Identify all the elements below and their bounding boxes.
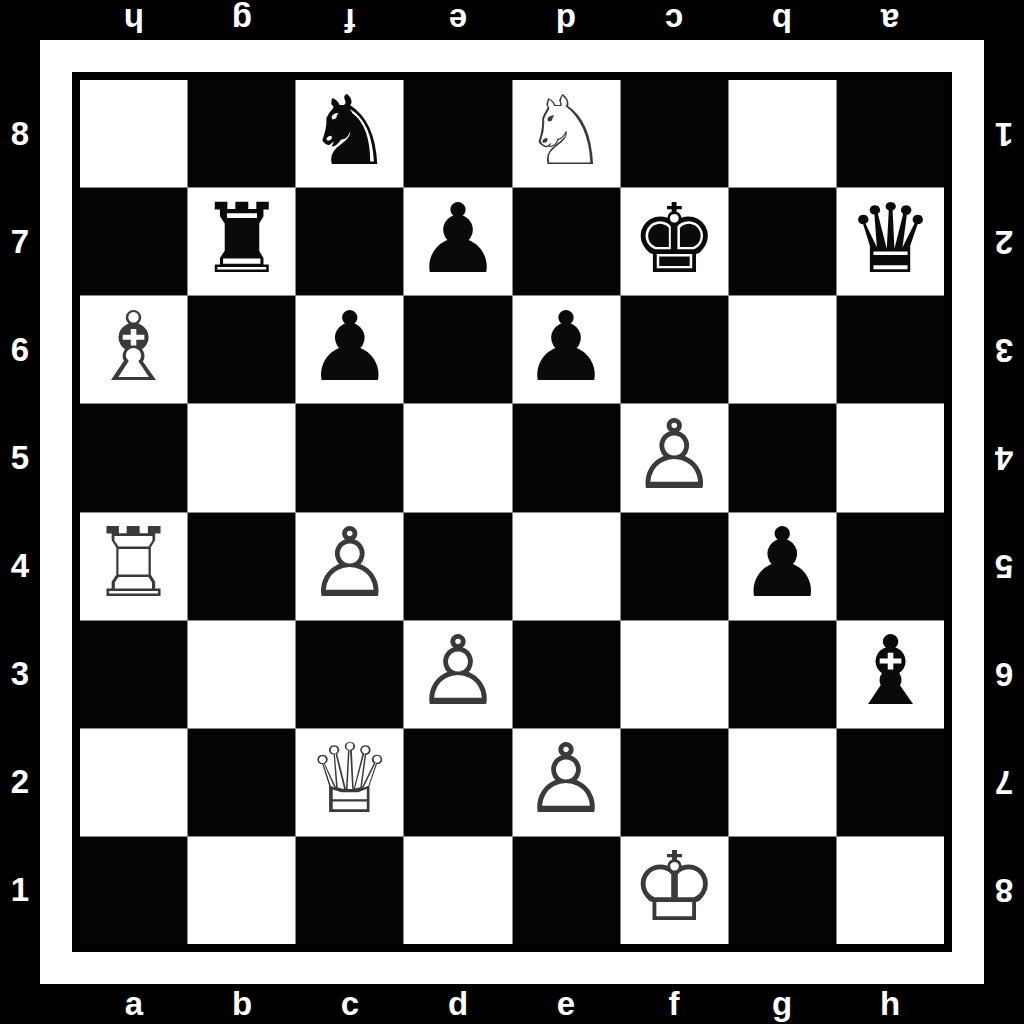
rank-label-1: 1 xyxy=(0,836,40,944)
file-labels-bottom: abcdefgh xyxy=(80,984,944,1024)
square-d5[interactable] xyxy=(404,404,511,511)
square-h8[interactable] xyxy=(837,80,944,187)
square-f3[interactable] xyxy=(621,621,728,728)
file-label-e: e xyxy=(404,0,512,40)
square-g3[interactable] xyxy=(729,621,836,728)
rank-label-7: 7 xyxy=(984,728,1024,836)
white-knight[interactable]: ♘ xyxy=(523,83,609,179)
file-label-d: d xyxy=(404,984,512,1024)
square-e5[interactable] xyxy=(513,404,620,511)
square-h1[interactable] xyxy=(837,837,944,944)
board: ♞♘♜♟♚♛♗♟♟♙♖♙♟♙♝♕♙♔ xyxy=(80,80,944,944)
square-a6[interactable]: ♗ xyxy=(80,296,187,403)
square-b2[interactable] xyxy=(188,729,295,836)
file-label-b: b xyxy=(728,0,836,40)
square-d4[interactable] xyxy=(404,513,511,620)
square-f4[interactable] xyxy=(621,513,728,620)
square-f2[interactable] xyxy=(621,729,728,836)
square-f5[interactable]: ♙ xyxy=(621,404,728,511)
square-c1[interactable] xyxy=(296,837,403,944)
square-b3[interactable] xyxy=(188,621,295,728)
square-h5[interactable] xyxy=(837,404,944,511)
square-e4[interactable] xyxy=(513,513,620,620)
square-d8[interactable] xyxy=(404,80,511,187)
black-bishop[interactable]: ♝ xyxy=(847,623,933,719)
file-label-d: d xyxy=(512,0,620,40)
square-c6[interactable]: ♟ xyxy=(296,296,403,403)
black-queen[interactable]: ♛ xyxy=(847,191,933,287)
rank-labels-left: 87654321 xyxy=(0,80,40,944)
file-label-a: a xyxy=(80,984,188,1024)
square-h2[interactable] xyxy=(837,729,944,836)
file-label-g: g xyxy=(728,984,836,1024)
white-pawn[interactable]: ♙ xyxy=(307,515,393,611)
square-g8[interactable] xyxy=(729,80,836,187)
square-c5[interactable] xyxy=(296,404,403,511)
file-label-h: h xyxy=(80,0,188,40)
white-king[interactable]: ♔ xyxy=(631,839,717,935)
board-frame: ♞♘♜♟♚♛♗♟♟♙♖♙♟♙♝♕♙♔ xyxy=(72,72,952,952)
rank-label-2: 2 xyxy=(0,728,40,836)
rank-labels-right: 87654321 xyxy=(984,80,1024,944)
file-label-h: h xyxy=(836,984,944,1024)
rank-label-2: 2 xyxy=(984,188,1024,296)
square-g7[interactable] xyxy=(729,188,836,295)
white-rook[interactable]: ♖ xyxy=(91,515,177,611)
square-a3[interactable] xyxy=(80,621,187,728)
square-h6[interactable] xyxy=(837,296,944,403)
square-d1[interactable] xyxy=(404,837,511,944)
square-b6[interactable] xyxy=(188,296,295,403)
square-e8[interactable]: ♘ xyxy=(513,80,620,187)
square-g1[interactable] xyxy=(729,837,836,944)
rank-label-8: 8 xyxy=(0,80,40,188)
square-e1[interactable] xyxy=(513,837,620,944)
square-d2[interactable] xyxy=(404,729,511,836)
file-label-g: g xyxy=(188,0,296,40)
rank-label-4: 4 xyxy=(984,404,1024,512)
black-rook[interactable]: ♜ xyxy=(199,191,285,287)
black-pawn[interactable]: ♟ xyxy=(415,191,501,287)
square-c8[interactable]: ♞ xyxy=(296,80,403,187)
rank-label-7: 7 xyxy=(0,188,40,296)
black-pawn[interactable]: ♟ xyxy=(307,299,393,395)
white-queen[interactable]: ♕ xyxy=(307,731,393,827)
rank-label-8: 8 xyxy=(984,836,1024,944)
square-a7[interactable] xyxy=(80,188,187,295)
rank-label-3: 3 xyxy=(984,296,1024,404)
file-label-e: e xyxy=(512,984,620,1024)
file-label-f: f xyxy=(620,984,728,1024)
square-b4[interactable] xyxy=(188,513,295,620)
file-label-f: f xyxy=(296,0,404,40)
square-b5[interactable] xyxy=(188,404,295,511)
square-c7[interactable] xyxy=(296,188,403,295)
white-pawn[interactable]: ♙ xyxy=(523,731,609,827)
white-pawn[interactable]: ♙ xyxy=(415,623,501,719)
rank-label-4: 4 xyxy=(0,512,40,620)
white-pawn[interactable]: ♙ xyxy=(631,407,717,503)
black-pawn[interactable]: ♟ xyxy=(739,515,825,611)
file-label-b: b xyxy=(188,984,296,1024)
file-label-a: a xyxy=(836,0,944,40)
square-b8[interactable] xyxy=(188,80,295,187)
square-h3[interactable]: ♝ xyxy=(837,621,944,728)
file-labels-top: abcdefgh xyxy=(80,0,944,40)
square-d3[interactable]: ♙ xyxy=(404,621,511,728)
rank-label-6: 6 xyxy=(0,296,40,404)
square-f1[interactable]: ♔ xyxy=(621,837,728,944)
file-label-c: c xyxy=(296,984,404,1024)
square-c3[interactable] xyxy=(296,621,403,728)
square-c2[interactable]: ♕ xyxy=(296,729,403,836)
square-f7[interactable]: ♚ xyxy=(621,188,728,295)
square-a2[interactable] xyxy=(80,729,187,836)
square-a4[interactable]: ♖ xyxy=(80,513,187,620)
rank-label-6: 6 xyxy=(984,620,1024,728)
square-a8[interactable] xyxy=(80,80,187,187)
black-king[interactable]: ♚ xyxy=(631,191,717,287)
rank-label-1: 1 xyxy=(984,80,1024,188)
square-h4[interactable] xyxy=(837,513,944,620)
black-pawn[interactable]: ♟ xyxy=(523,299,609,395)
square-c4[interactable]: ♙ xyxy=(296,513,403,620)
square-b1[interactable] xyxy=(188,837,295,944)
rank-label-5: 5 xyxy=(984,512,1024,620)
square-g6[interactable] xyxy=(729,296,836,403)
square-a5[interactable] xyxy=(80,404,187,511)
square-g4[interactable]: ♟ xyxy=(729,513,836,620)
square-f6[interactable] xyxy=(621,296,728,403)
rank-label-5: 5 xyxy=(0,404,40,512)
square-e6[interactable]: ♟ xyxy=(513,296,620,403)
square-e7[interactable] xyxy=(513,188,620,295)
square-a1[interactable] xyxy=(80,837,187,944)
white-bishop[interactable]: ♗ xyxy=(91,299,177,395)
square-h7[interactable]: ♛ xyxy=(837,188,944,295)
square-d6[interactable] xyxy=(404,296,511,403)
square-g2[interactable] xyxy=(729,729,836,836)
black-knight[interactable]: ♞ xyxy=(307,83,393,179)
square-f8[interactable] xyxy=(621,80,728,187)
square-d7[interactable]: ♟ xyxy=(404,188,511,295)
square-g5[interactable] xyxy=(729,404,836,511)
square-e3[interactable] xyxy=(513,621,620,728)
square-b7[interactable]: ♜ xyxy=(188,188,295,295)
file-label-c: c xyxy=(620,0,728,40)
square-e2[interactable]: ♙ xyxy=(513,729,620,836)
rank-label-3: 3 xyxy=(0,620,40,728)
